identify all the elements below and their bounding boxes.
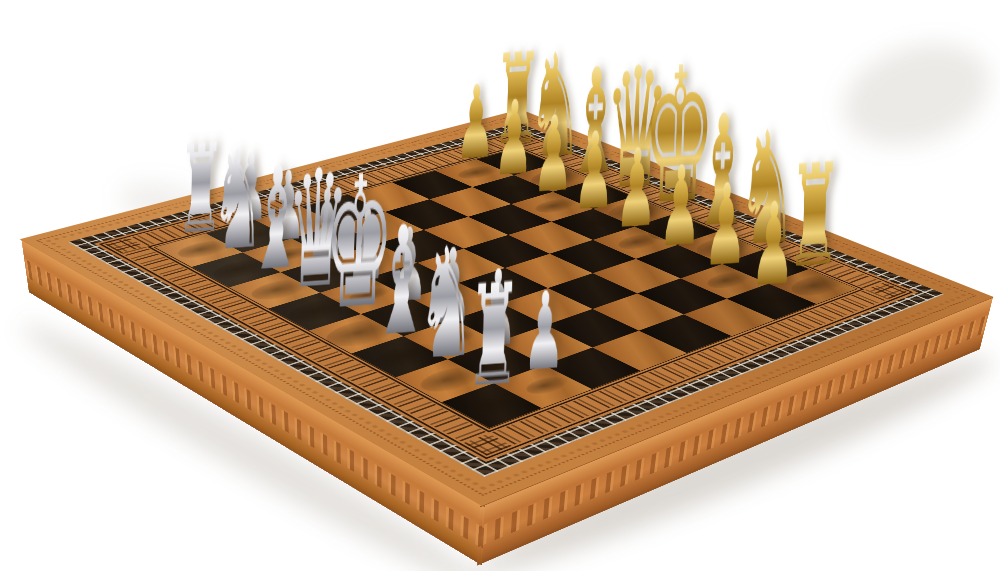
white-pawn-glyph: ♟: [532, 101, 575, 208]
product-photo-scene: ♜♞♝♛♚♝♞♜♟♟♟♟♟♟♟♟♟♟♟♟♟♟♟♟♜♞♝♛♚♝♞♜: [0, 0, 1000, 571]
white-pawn-glyph: ♟: [750, 186, 797, 303]
white-pawn-glyph: ♟: [493, 86, 536, 191]
piece-cast-shadow-far: [830, 26, 1000, 163]
black-rook-glyph: ♜: [465, 264, 523, 407]
white-pawn-glyph: ♟: [455, 71, 497, 174]
white-pawn-glyph: ♟: [573, 117, 617, 226]
white-pawn-glyph: ♟: [658, 150, 704, 263]
white-pawn-glyph: ♟: [614, 133, 659, 244]
white-pawn-glyph: ♟: [703, 168, 749, 283]
chess-case-top: ♜♞♝♛♚♝♞♜♟♟♟♟♟♟♟♟♟♟♟♟♟♟♟♟♜♞♝♛♚♝♞♜: [20, 109, 994, 506]
black-pawn-glyph: ♟: [522, 278, 567, 388]
